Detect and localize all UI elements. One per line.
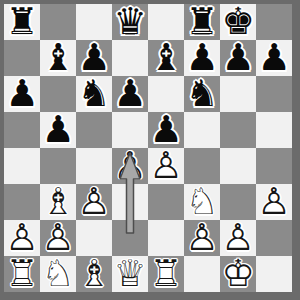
square-h4[interactable] (256, 148, 292, 184)
square-e7[interactable]: ♝ (148, 40, 184, 76)
square-a6[interactable]: ♟ (4, 76, 40, 112)
square-a8[interactable]: ♜ (4, 4, 40, 40)
piece-black-rook[interactable]: ♜ (184, 4, 220, 40)
square-h7[interactable]: ♟ (256, 40, 292, 76)
square-h6[interactable] (256, 76, 292, 112)
square-e4[interactable]: ♟♙ (148, 148, 184, 184)
square-f7[interactable]: ♟ (184, 40, 220, 76)
square-e1[interactable]: ♜♖ (148, 256, 184, 292)
square-d6[interactable]: ♟ (112, 76, 148, 112)
square-a7[interactable] (4, 40, 40, 76)
piece-white-knight[interactable]: ♞♘ (184, 184, 220, 220)
square-h5[interactable] (256, 112, 292, 148)
square-e5[interactable]: ♟ (148, 112, 184, 148)
square-g5[interactable] (220, 112, 256, 148)
board-frame: ♜♛♜♚♝♟♝♟♟♟♟♞♟♞♟♟♟♙♟♙♝♗♟♙♞♘♟♙♟♙♟♙♟♙♟♙♜♖♞♘… (0, 0, 300, 300)
piece-white-bishop[interactable]: ♝♗ (76, 256, 112, 292)
square-f8[interactable]: ♜ (184, 4, 220, 40)
square-e3[interactable] (148, 184, 184, 220)
square-h2[interactable] (256, 220, 292, 256)
piece-white-pawn[interactable]: ♟♙ (220, 220, 256, 256)
piece-black-pawn[interactable]: ♟ (184, 40, 220, 76)
square-f4[interactable] (184, 148, 220, 184)
square-d4[interactable]: ♟♙ (112, 148, 148, 184)
square-a5[interactable] (4, 112, 40, 148)
piece-white-pawn[interactable]: ♟♙ (40, 220, 76, 256)
square-f1[interactable] (184, 256, 220, 292)
square-e8[interactable] (148, 4, 184, 40)
square-b7[interactable]: ♝ (40, 40, 76, 76)
piece-black-bishop[interactable]: ♝ (148, 40, 184, 76)
piece-white-rook[interactable]: ♜♖ (4, 256, 40, 292)
piece-white-king[interactable]: ♚♔ (220, 256, 256, 292)
piece-white-pawn[interactable]: ♟♙ (76, 184, 112, 220)
square-h8[interactable] (256, 4, 292, 40)
piece-black-pawn[interactable]: ♟ (112, 76, 148, 112)
square-b2[interactable]: ♟♙ (40, 220, 76, 256)
square-c5[interactable] (76, 112, 112, 148)
square-e6[interactable] (148, 76, 184, 112)
piece-white-pawn[interactable]: ♟♙ (256, 184, 292, 220)
square-b8[interactable] (40, 4, 76, 40)
square-a3[interactable] (4, 184, 40, 220)
square-d5[interactable] (112, 112, 148, 148)
square-c4[interactable] (76, 148, 112, 184)
square-g6[interactable] (220, 76, 256, 112)
piece-white-pawn[interactable]: ♟♙ (4, 220, 40, 256)
piece-white-pawn[interactable]: ♟♙ (112, 148, 148, 184)
piece-white-knight[interactable]: ♞♘ (40, 256, 76, 292)
piece-white-bishop[interactable]: ♝♗ (40, 184, 76, 220)
square-c8[interactable] (76, 4, 112, 40)
square-f6[interactable]: ♞ (184, 76, 220, 112)
square-d8[interactable]: ♛ (112, 4, 148, 40)
square-b5[interactable]: ♟ (40, 112, 76, 148)
square-g8[interactable]: ♚ (220, 4, 256, 40)
piece-black-pawn[interactable]: ♟ (4, 76, 40, 112)
square-h1[interactable] (256, 256, 292, 292)
piece-black-queen[interactable]: ♛ (112, 4, 148, 40)
piece-black-pawn[interactable]: ♟ (40, 112, 76, 148)
square-b3[interactable]: ♝♗ (40, 184, 76, 220)
square-g4[interactable] (220, 148, 256, 184)
square-d7[interactable] (112, 40, 148, 76)
piece-white-pawn[interactable]: ♟♙ (184, 220, 220, 256)
square-b1[interactable]: ♞♘ (40, 256, 76, 292)
square-c1[interactable]: ♝♗ (76, 256, 112, 292)
square-a4[interactable] (4, 148, 40, 184)
piece-black-bishop[interactable]: ♝ (40, 40, 76, 76)
square-a1[interactable]: ♜♖ (4, 256, 40, 292)
piece-black-pawn[interactable]: ♟ (76, 40, 112, 76)
square-g2[interactable]: ♟♙ (220, 220, 256, 256)
square-c7[interactable]: ♟ (76, 40, 112, 76)
square-c2[interactable] (76, 220, 112, 256)
piece-black-rook[interactable]: ♜ (4, 4, 40, 40)
square-a2[interactable]: ♟♙ (4, 220, 40, 256)
square-d1[interactable]: ♛♕ (112, 256, 148, 292)
piece-black-knight[interactable]: ♞ (184, 76, 220, 112)
chess-board: ♜♛♜♚♝♟♝♟♟♟♟♞♟♞♟♟♟♙♟♙♝♗♟♙♞♘♟♙♟♙♟♙♟♙♟♙♜♖♞♘… (4, 4, 292, 292)
square-g1[interactable]: ♚♔ (220, 256, 256, 292)
square-g7[interactable]: ♟ (220, 40, 256, 76)
square-f2[interactable]: ♟♙ (184, 220, 220, 256)
square-b6[interactable] (40, 76, 76, 112)
square-e2[interactable] (148, 220, 184, 256)
square-h3[interactable]: ♟♙ (256, 184, 292, 220)
square-f3[interactable]: ♞♘ (184, 184, 220, 220)
piece-white-rook[interactable]: ♜♖ (148, 256, 184, 292)
piece-black-king[interactable]: ♚ (220, 4, 256, 40)
square-g3[interactable] (220, 184, 256, 220)
piece-black-pawn[interactable]: ♟ (148, 112, 184, 148)
piece-black-pawn[interactable]: ♟ (220, 40, 256, 76)
square-c3[interactable]: ♟♙ (76, 184, 112, 220)
piece-white-pawn[interactable]: ♟♙ (148, 148, 184, 184)
square-d3[interactable] (112, 184, 148, 220)
square-c6[interactable]: ♞ (76, 76, 112, 112)
square-b4[interactable] (40, 148, 76, 184)
piece-black-knight[interactable]: ♞ (76, 76, 112, 112)
piece-black-pawn[interactable]: ♟ (256, 40, 292, 76)
square-f5[interactable] (184, 112, 220, 148)
piece-white-queen[interactable]: ♛♕ (112, 256, 148, 292)
square-d2[interactable] (112, 220, 148, 256)
